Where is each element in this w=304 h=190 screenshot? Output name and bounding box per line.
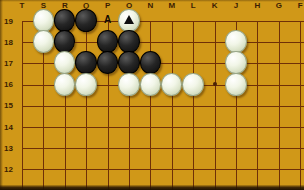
black-stone-q19 [75,9,96,32]
black-stone-p18 [97,30,118,53]
row-label-19: 19 [4,16,13,25]
top-edge-shadow [0,0,304,2]
hoshi-dot [213,82,217,86]
row-label-15: 15 [4,101,13,110]
black-stone-r18 [54,30,75,53]
black-stone-p17 [97,51,118,74]
point-label-a: A [104,15,111,25]
white-stone-o16 [118,73,139,96]
row-label-17: 17 [4,58,13,67]
intersection-o19 [118,10,139,31]
white-stone-n16 [140,73,161,96]
white-stone-s18 [33,30,54,53]
column-label-o: O [126,1,132,10]
black-stone-o18 [118,30,139,53]
white-stone-j18 [225,30,246,53]
white-stone-m16 [161,73,182,96]
white-stone-q16 [75,73,96,96]
row-label-16: 16 [4,80,13,89]
column-label-s: S [41,1,46,10]
row-label-14: 14 [4,122,13,131]
column-label-m: M [168,1,175,10]
bottom-edge-shadow [0,185,304,190]
intersection-p18 [97,31,118,52]
black-stone-r19 [54,9,75,32]
column-label-p: P [105,1,110,10]
intersection-q17 [75,52,96,73]
move-choice-p19[interactable]: A [97,10,118,31]
intersection-n17 [140,52,161,73]
black-stone-o17 [118,51,139,74]
black-stone-n17 [140,51,161,74]
column-label-f: F [298,1,303,10]
intersection-o18 [118,31,139,52]
intersection-j18 [225,31,246,52]
stones-layer: A [11,10,304,190]
row-label-13: 13 [4,143,13,152]
left-edge-shadow [0,0,3,190]
go-board-screenshot: A TSRQPONMLKJHGF1918171615141312 [0,0,304,190]
column-label-r: R [62,1,68,10]
intersection-o17 [118,52,139,73]
white-stone-j17 [225,51,246,74]
intersection-s19 [33,10,54,31]
white-stone-s19 [33,9,54,32]
intersection-o16 [118,73,139,94]
intersection-r18 [54,31,75,52]
column-label-t: T [20,1,25,10]
column-label-n: N [148,1,154,10]
intersection-j17 [225,52,246,73]
triangle-marker-icon [124,15,134,24]
row-label-18: 18 [4,37,13,46]
black-stone-q17 [75,51,96,74]
column-label-g: G [276,1,282,10]
intersection-p17 [97,52,118,73]
intersection-j16 [225,73,246,94]
white-stone-r16 [54,73,75,96]
intersection-r16 [54,73,75,94]
intersection-r19 [54,10,75,31]
intersection-q16 [75,73,96,94]
intersection-r17 [54,52,75,73]
intersection-q19 [75,10,96,31]
column-label-h: H [255,1,261,10]
star-point-k16 [204,73,225,94]
column-label-j: J [234,1,238,10]
column-label-l: L [191,1,196,10]
intersection-l16 [182,73,203,94]
column-label-q: Q [83,1,89,10]
white-stone-r17 [54,51,75,74]
column-label-k: K [212,1,218,10]
row-label-12: 12 [4,164,13,173]
intersection-n16 [140,73,161,94]
intersection-m16 [161,73,182,94]
white-stone-j16 [225,73,246,96]
intersection-s18 [33,31,54,52]
white-stone-l16 [182,73,203,96]
white-stone-o19 [118,9,139,32]
